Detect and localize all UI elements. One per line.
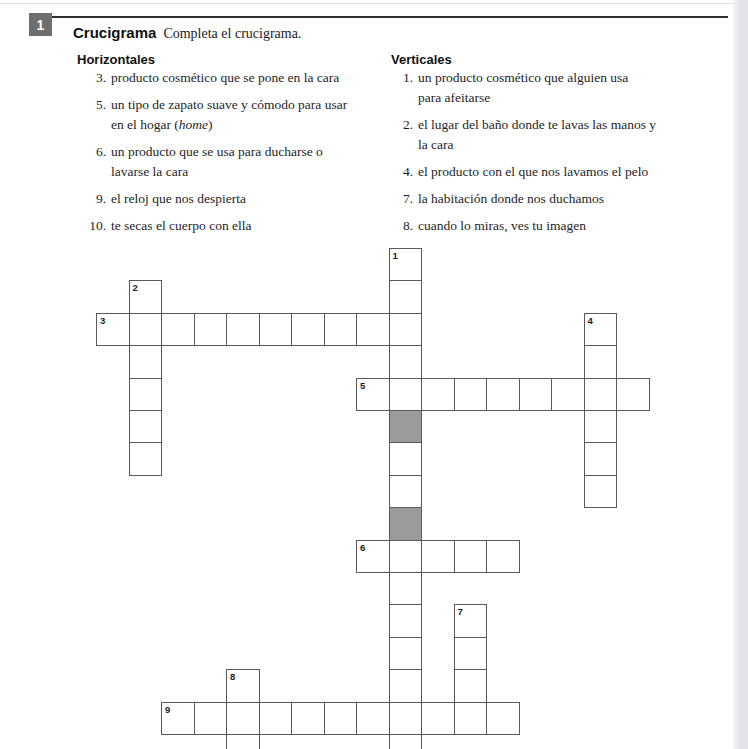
verticales-header: Verticales	[391, 52, 711, 68]
clue-text: un producto cosmético que alguien usapar…	[413, 68, 628, 108]
horizontales-list: 3.producto cosmético que se pone en la c…	[77, 68, 397, 236]
grid-cell[interactable]	[454, 702, 488, 735]
page-edge-strip	[733, 0, 748, 749]
clue-item: 3.producto cosmético que se pone en la c…	[77, 68, 397, 88]
grid-cell[interactable]	[486, 540, 520, 573]
clue-text: cuando lo miras, ves tu imagen	[413, 216, 586, 236]
grid-clue-number: 9	[165, 704, 170, 715]
grid-cell[interactable]: 4	[584, 313, 618, 346]
grid-cell[interactable]	[129, 410, 163, 443]
grid-cell[interactable]	[389, 475, 423, 508]
grid-clue-number: 3	[100, 315, 105, 326]
grid-cell[interactable]	[584, 378, 618, 411]
grid-cell[interactable]	[584, 475, 618, 508]
grid-cell[interactable]	[194, 702, 228, 735]
grid-cell[interactable]	[226, 734, 260, 749]
grid-cell[interactable]	[519, 378, 553, 411]
grid-cell[interactable]: 8	[226, 669, 260, 702]
grid-cell[interactable]	[389, 734, 423, 749]
grid-clue-number: 7	[458, 606, 463, 617]
grid-cell[interactable]	[129, 442, 163, 475]
clue-item: 7.la habitación donde nos duchamos	[391, 189, 711, 209]
clue-text: producto cosmético que se pone en la car…	[106, 68, 339, 88]
grid-cell[interactable]: 3	[96, 313, 130, 346]
grid-cell[interactable]	[584, 442, 618, 475]
grid-cell[interactable]	[259, 313, 293, 346]
grid-cell[interactable]	[226, 313, 260, 346]
grid-gray-cell	[389, 507, 423, 540]
grid-clue-number: 8	[230, 671, 235, 682]
horizontales-header: Horizontales	[77, 52, 397, 68]
grid-cell[interactable]	[421, 540, 455, 573]
grid-cell[interactable]	[356, 313, 390, 346]
grid-clue-number: 1	[393, 250, 398, 261]
grid-cell[interactable]	[421, 702, 455, 735]
grid-cell[interactable]: 7	[454, 604, 488, 637]
clue-number-label: 10.	[77, 216, 106, 236]
grid-cell[interactable]: 9	[161, 702, 195, 735]
grid-cell[interactable]	[454, 540, 488, 573]
clue-item: 5.un tipo de zapato suave y cómodo para …	[77, 95, 397, 135]
clue-text: el lugar del baño donde te lavas las man…	[413, 115, 656, 155]
clue-item: 1.un producto cosmético que alguien usap…	[391, 68, 711, 108]
clue-number-label: 4.	[391, 162, 413, 182]
grid-cell[interactable]	[226, 702, 260, 735]
grid-cell[interactable]	[389, 669, 423, 702]
grid-clue-number: 6	[360, 542, 365, 553]
clue-item: 8.cuando lo miras, ves tu imagen	[391, 216, 711, 236]
grid-gray-cell	[389, 410, 423, 443]
grid-cell[interactable]	[291, 702, 325, 735]
grid-cell[interactable]	[324, 702, 358, 735]
grid-cell[interactable]	[129, 313, 163, 346]
grid-cell[interactable]	[356, 702, 390, 735]
grid-clue-number: 4	[588, 315, 593, 326]
clue-number-label: 8.	[391, 216, 413, 236]
grid-cell[interactable]	[291, 313, 325, 346]
grid-cell[interactable]	[389, 572, 423, 605]
grid-cell[interactable]	[389, 280, 423, 313]
grid-cell[interactable]	[421, 378, 455, 411]
clue-text: un tipo de zapato suave y cómodo para us…	[106, 95, 347, 135]
grid-cell[interactable]: 5	[356, 378, 390, 411]
grid-clue-number: 2	[133, 282, 138, 293]
clue-item: 4.el producto con el que nos lavamos el …	[391, 162, 711, 182]
grid-cell[interactable]: 1	[389, 248, 423, 281]
grid-cell[interactable]: 2	[129, 280, 163, 313]
grid-cell[interactable]	[389, 604, 423, 637]
exercise-header: Crucigrama Completa el crucigrama.	[73, 24, 301, 42]
page-top-divider	[0, 3, 733, 4]
grid-cell[interactable]	[389, 637, 423, 670]
clue-number-label: 1.	[391, 68, 413, 88]
clue-number-label: 9.	[77, 189, 106, 209]
clue-item: 9.el reloj que nos despierta	[77, 189, 397, 209]
header-rule	[52, 16, 728, 18]
grid-cell[interactable]	[454, 669, 488, 702]
grid-cell[interactable]	[161, 313, 195, 346]
clue-number-label: 5.	[77, 95, 106, 115]
grid-cell[interactable]	[551, 378, 585, 411]
grid-cell[interactable]	[486, 378, 520, 411]
grid-cell[interactable]	[584, 345, 618, 378]
grid-cell[interactable]	[389, 313, 423, 346]
grid-cell[interactable]	[259, 702, 293, 735]
clue-text: la habitación donde nos duchamos	[413, 189, 604, 209]
exercise-instructions: Completa el crucigrama.	[163, 26, 301, 42]
horizontales-column: Horizontales 3.producto cosmético que se…	[77, 52, 397, 243]
clue-text: el producto con el que nos lavamos el pe…	[413, 162, 648, 182]
grid-cell[interactable]	[584, 410, 618, 443]
clue-text: te secas el cuerpo con ella	[106, 216, 252, 236]
grid-cell[interactable]	[389, 378, 423, 411]
grid-cell[interactable]	[129, 378, 163, 411]
exercise-title: Crucigrama	[73, 24, 156, 41]
grid-cell[interactable]	[389, 702, 423, 735]
grid-cell[interactable]	[389, 540, 423, 573]
exercise-number-badge: 1	[29, 13, 52, 36]
clue-text: el reloj que nos despierta	[106, 189, 246, 209]
verticales-column: Verticales 1.un producto cosmético que a…	[391, 52, 711, 243]
grid-cell[interactable]	[194, 313, 228, 346]
clue-item: 6.un producto que se usa para ducharse o…	[77, 142, 397, 182]
grid-cell[interactable]	[389, 345, 423, 378]
grid-cell[interactable]	[324, 313, 358, 346]
clue-item: 10.te secas el cuerpo con ella	[77, 216, 397, 236]
clue-number-label: 7.	[391, 189, 413, 209]
grid-cell[interactable]	[389, 442, 423, 475]
clue-item: 2.el lugar del baño donde te lavas las m…	[391, 115, 711, 155]
clue-text: un producto que se usa para ducharse ola…	[106, 142, 323, 182]
grid-clue-number: 5	[360, 380, 365, 391]
verticales-list: 1.un producto cosmético que alguien usap…	[391, 68, 711, 236]
clue-number-label: 2.	[391, 115, 413, 135]
clue-number-label: 6.	[77, 142, 106, 162]
clue-number-label: 3.	[77, 68, 106, 88]
grid-cell[interactable]	[486, 702, 520, 735]
grid-cell[interactable]	[616, 378, 650, 411]
grid-cell[interactable]	[454, 637, 488, 670]
grid-cell[interactable]: 6	[356, 540, 390, 573]
grid-cell[interactable]	[129, 345, 163, 378]
grid-cell[interactable]	[454, 378, 488, 411]
